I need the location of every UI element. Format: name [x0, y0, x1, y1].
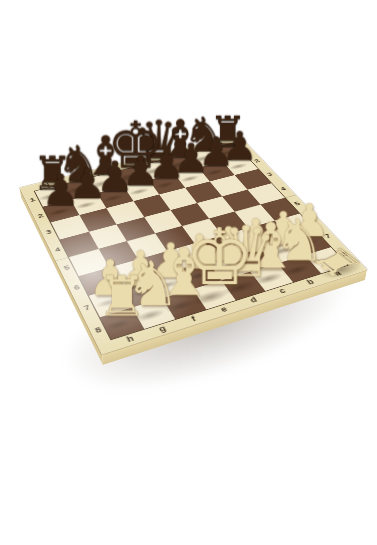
- product-photo: 12345678 12345678 hgfedcba hgfedcba ♜♞♝♚…: [0, 0, 377, 545]
- piece-wR-h8[interactable]: ♜: [92, 270, 152, 323]
